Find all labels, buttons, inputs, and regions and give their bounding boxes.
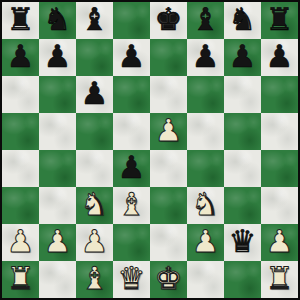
square-c7[interactable] xyxy=(76,39,113,76)
white-queen-d1: ♛ xyxy=(118,263,146,294)
square-f3[interactable]: ♞ xyxy=(187,187,224,224)
square-e4[interactable] xyxy=(150,150,187,187)
square-g8[interactable]: ♞ xyxy=(224,2,261,39)
square-e7[interactable] xyxy=(150,39,187,76)
square-f6[interactable] xyxy=(187,76,224,113)
black-pawn-d7: ♟ xyxy=(118,41,146,72)
square-d1[interactable]: ♛ xyxy=(113,261,150,298)
black-bishop-f8: ♝ xyxy=(192,4,220,35)
chess-board: ♜♞♝♚♝♞♜♟♟♟♟♟♟♟♟♟♞♝♞♟♟♟♟♛♟♜♝♛♚♜ xyxy=(0,0,300,300)
square-d4[interactable]: ♟ xyxy=(113,150,150,187)
square-a7[interactable]: ♟ xyxy=(2,39,39,76)
white-rook-h1: ♜ xyxy=(266,263,294,294)
square-a3[interactable] xyxy=(2,187,39,224)
square-c8[interactable]: ♝ xyxy=(76,2,113,39)
square-h2[interactable]: ♟ xyxy=(261,224,298,261)
white-pawn-b2: ♟ xyxy=(44,226,72,257)
square-e1[interactable]: ♚ xyxy=(150,261,187,298)
white-bishop-c1: ♝ xyxy=(81,263,109,294)
black-rook-h8: ♜ xyxy=(266,4,294,35)
black-king-e8: ♚ xyxy=(155,4,183,35)
square-g5[interactable] xyxy=(224,113,261,150)
black-queen-g2: ♛ xyxy=(229,226,257,257)
white-pawn-a2: ♟ xyxy=(7,226,35,257)
square-f4[interactable] xyxy=(187,150,224,187)
square-h8[interactable]: ♜ xyxy=(261,2,298,39)
square-d6[interactable] xyxy=(113,76,150,113)
square-d8[interactable] xyxy=(113,2,150,39)
white-pawn-f2: ♟ xyxy=(192,226,220,257)
white-king-e1: ♚ xyxy=(155,263,183,294)
square-d3[interactable]: ♝ xyxy=(113,187,150,224)
white-rook-a1: ♜ xyxy=(7,263,35,294)
square-b1[interactable] xyxy=(39,261,76,298)
square-c3[interactable]: ♞ xyxy=(76,187,113,224)
square-a6[interactable] xyxy=(2,76,39,113)
square-g2[interactable]: ♛ xyxy=(224,224,261,261)
square-h7[interactable]: ♟ xyxy=(261,39,298,76)
white-bishop-d3: ♝ xyxy=(118,189,146,220)
white-knight-c3: ♞ xyxy=(81,189,109,220)
black-knight-b8: ♞ xyxy=(44,4,72,35)
square-b8[interactable]: ♞ xyxy=(39,2,76,39)
black-pawn-c6: ♟ xyxy=(81,78,109,109)
white-pawn-h2: ♟ xyxy=(266,226,294,257)
square-e3[interactable] xyxy=(150,187,187,224)
white-pawn-e5: ♟ xyxy=(155,115,183,146)
black-pawn-g7: ♟ xyxy=(229,41,257,72)
square-g4[interactable] xyxy=(224,150,261,187)
square-a2[interactable]: ♟ xyxy=(2,224,39,261)
square-c5[interactable] xyxy=(76,113,113,150)
square-c4[interactable] xyxy=(76,150,113,187)
white-pawn-c2: ♟ xyxy=(81,226,109,257)
square-e8[interactable]: ♚ xyxy=(150,2,187,39)
square-b5[interactable] xyxy=(39,113,76,150)
square-a5[interactable] xyxy=(2,113,39,150)
black-rook-a8: ♜ xyxy=(7,4,35,35)
square-f5[interactable] xyxy=(187,113,224,150)
square-f1[interactable] xyxy=(187,261,224,298)
square-e5[interactable]: ♟ xyxy=(150,113,187,150)
black-pawn-d4: ♟ xyxy=(118,152,146,183)
black-pawn-a7: ♟ xyxy=(7,41,35,72)
square-b3[interactable] xyxy=(39,187,76,224)
square-b6[interactable] xyxy=(39,76,76,113)
square-g1[interactable] xyxy=(224,261,261,298)
square-g6[interactable] xyxy=(224,76,261,113)
square-b7[interactable]: ♟ xyxy=(39,39,76,76)
black-knight-g8: ♞ xyxy=(229,4,257,35)
square-h5[interactable] xyxy=(261,113,298,150)
square-d2[interactable] xyxy=(113,224,150,261)
square-b2[interactable]: ♟ xyxy=(39,224,76,261)
black-bishop-c8: ♝ xyxy=(81,4,109,35)
square-h3[interactable] xyxy=(261,187,298,224)
black-pawn-b7: ♟ xyxy=(44,41,72,72)
square-c1[interactable]: ♝ xyxy=(76,261,113,298)
square-d5[interactable] xyxy=(113,113,150,150)
square-h1[interactable]: ♜ xyxy=(261,261,298,298)
square-d7[interactable]: ♟ xyxy=(113,39,150,76)
square-g3[interactable] xyxy=(224,187,261,224)
square-b4[interactable] xyxy=(39,150,76,187)
square-f8[interactable]: ♝ xyxy=(187,2,224,39)
white-knight-f3: ♞ xyxy=(192,189,220,220)
square-f7[interactable]: ♟ xyxy=(187,39,224,76)
black-pawn-h7: ♟ xyxy=(266,41,294,72)
square-g7[interactable]: ♟ xyxy=(224,39,261,76)
square-c6[interactable]: ♟ xyxy=(76,76,113,113)
square-a4[interactable] xyxy=(2,150,39,187)
square-c2[interactable]: ♟ xyxy=(76,224,113,261)
black-pawn-f7: ♟ xyxy=(192,41,220,72)
square-a1[interactable]: ♜ xyxy=(2,261,39,298)
square-e6[interactable] xyxy=(150,76,187,113)
square-a8[interactable]: ♜ xyxy=(2,2,39,39)
square-f2[interactable]: ♟ xyxy=(187,224,224,261)
square-h4[interactable] xyxy=(261,150,298,187)
square-e2[interactable] xyxy=(150,224,187,261)
square-h6[interactable] xyxy=(261,76,298,113)
